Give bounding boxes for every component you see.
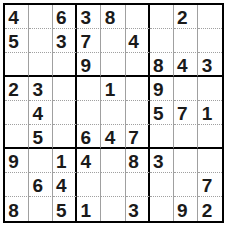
given-digit: 5 — [153, 104, 164, 123]
sudoku-cell-r3c2[interactable] — [29, 53, 53, 77]
sudoku-cell-r7c7[interactable]: 3 — [150, 149, 174, 173]
sudoku-cell-r4c8[interactable] — [174, 77, 198, 101]
sudoku-cell-r5c7[interactable]: 5 — [150, 101, 174, 125]
given-digit: 3 — [56, 32, 67, 51]
given-digit: 3 — [153, 152, 164, 171]
sudoku-cell-r9c6[interactable]: 3 — [126, 197, 150, 221]
sudoku-cell-r1c7[interactable] — [150, 5, 174, 29]
given-digit: 4 — [32, 104, 43, 123]
sudoku-cell-r4c9[interactable] — [198, 77, 222, 101]
sudoku-cell-r9c3[interactable]: 5 — [53, 197, 77, 221]
sudoku-cell-r3c5[interactable] — [101, 53, 125, 77]
sudoku-cell-r5c1[interactable] — [5, 101, 29, 125]
given-digit: 3 — [32, 80, 43, 99]
given-digit: 5 — [8, 32, 19, 51]
page: 463825374984323194571564791483647851392 — [0, 0, 228, 228]
given-digit: 8 — [105, 8, 116, 27]
sudoku-cell-r2c9[interactable] — [198, 29, 222, 53]
sudoku-cell-r1c9[interactable] — [198, 5, 222, 29]
given-digit: 7 — [177, 104, 188, 123]
sudoku-cell-r7c6[interactable]: 8 — [126, 149, 150, 173]
sudoku-cell-r1c2[interactable] — [29, 5, 53, 29]
sudoku-cell-r6c7[interactable] — [150, 125, 174, 149]
sudoku-cell-r5c5[interactable] — [101, 101, 125, 125]
sudoku-cell-r6c5[interactable]: 4 — [101, 125, 125, 149]
sudoku-cell-r8c3[interactable]: 4 — [53, 173, 77, 197]
sudoku-cell-r6c8[interactable] — [174, 125, 198, 149]
sudoku-cell-r4c7[interactable]: 9 — [150, 77, 174, 101]
given-digit: 4 — [128, 32, 139, 51]
sudoku-cell-r4c4[interactable] — [77, 77, 101, 101]
given-digit: 5 — [32, 128, 43, 147]
given-digit: 7 — [81, 32, 92, 51]
given-digit: 3 — [128, 201, 139, 220]
given-digit: 2 — [177, 8, 188, 27]
sudoku-cell-r2c1[interactable]: 5 — [5, 29, 29, 53]
sudoku-cell-r7c1[interactable]: 9 — [5, 149, 29, 173]
sudoku-cell-r7c8[interactable] — [174, 149, 198, 173]
sudoku-cell-r6c6[interactable]: 7 — [126, 125, 150, 149]
sudoku-cell-r8c4[interactable] — [77, 173, 101, 197]
given-digit: 6 — [81, 128, 92, 147]
sudoku-cell-r5c9[interactable]: 1 — [198, 101, 222, 125]
sudoku-cell-r3c8[interactable]: 4 — [174, 53, 198, 77]
sudoku-cell-r2c8[interactable] — [174, 29, 198, 53]
sudoku-cell-r8c5[interactable] — [101, 173, 125, 197]
sudoku-cell-r2c2[interactable] — [29, 29, 53, 53]
sudoku-cell-r1c8[interactable]: 2 — [174, 5, 198, 29]
sudoku-cell-r6c3[interactable] — [53, 125, 77, 149]
sudoku-cell-r8c8[interactable] — [174, 173, 198, 197]
sudoku-cell-r5c4[interactable] — [77, 101, 101, 125]
given-digit: 1 — [56, 152, 67, 171]
sudoku-cell-r2c6[interactable]: 4 — [126, 29, 150, 53]
sudoku-cell-r9c4[interactable]: 1 — [77, 197, 101, 221]
given-digit: 7 — [202, 176, 213, 195]
given-digit: 3 — [202, 56, 213, 75]
sudoku-cell-r4c6[interactable] — [126, 77, 150, 101]
given-digit: 2 — [8, 80, 19, 99]
sudoku-cell-r9c5[interactable] — [101, 197, 125, 221]
sudoku-board: 463825374984323194571564791483647851392 — [3, 3, 224, 223]
given-digit: 4 — [177, 56, 188, 75]
sudoku-cell-r4c2[interactable]: 3 — [29, 77, 53, 101]
sudoku-cell-r6c2[interactable]: 5 — [29, 125, 53, 149]
sudoku-cell-r3c9[interactable]: 3 — [198, 53, 222, 77]
sudoku-cell-r7c9[interactable] — [198, 149, 222, 173]
sudoku-cell-r4c3[interactable] — [53, 77, 77, 101]
sudoku-cell-r7c4[interactable]: 4 — [77, 149, 101, 173]
given-digit: 2 — [202, 201, 213, 220]
sudoku-cell-r9c8[interactable]: 9 — [174, 197, 198, 221]
given-digit: 1 — [81, 201, 92, 220]
given-digit: 8 — [153, 56, 164, 75]
sudoku-cell-r4c5[interactable]: 1 — [101, 77, 125, 101]
sudoku-cell-r5c8[interactable]: 7 — [174, 101, 198, 125]
sudoku-cell-r3c1[interactable] — [5, 53, 29, 77]
sudoku-cell-r2c7[interactable] — [150, 29, 174, 53]
sudoku-cell-r5c2[interactable]: 4 — [29, 101, 53, 125]
sudoku-cell-r8c2[interactable]: 6 — [29, 173, 53, 197]
sudoku-cell-r6c9[interactable] — [198, 125, 222, 149]
sudoku-cell-r6c1[interactable] — [5, 125, 29, 149]
given-digit: 9 — [177, 201, 188, 220]
given-digit: 6 — [56, 8, 67, 27]
given-digit: 9 — [81, 56, 92, 75]
sudoku-cell-r8c1[interactable] — [5, 173, 29, 197]
given-digit: 7 — [128, 128, 139, 147]
sudoku-cell-r4c1[interactable]: 2 — [5, 77, 29, 101]
given-digit: 4 — [56, 176, 67, 195]
sudoku-cell-r3c3[interactable] — [53, 53, 77, 77]
sudoku-cell-r5c6[interactable] — [126, 101, 150, 125]
sudoku-cell-r9c9[interactable]: 2 — [198, 197, 222, 221]
sudoku-cell-r9c7[interactable] — [150, 197, 174, 221]
sudoku-cell-r8c6[interactable] — [126, 173, 150, 197]
sudoku-cell-r8c9[interactable]: 7 — [198, 173, 222, 197]
given-digit: 3 — [81, 8, 92, 27]
given-digit: 9 — [153, 80, 164, 99]
sudoku-cell-r9c1[interactable]: 8 — [5, 197, 29, 221]
sudoku-cell-r9c2[interactable] — [29, 197, 53, 221]
given-digit: 8 — [128, 152, 139, 171]
given-digit: 8 — [8, 201, 19, 220]
sudoku-cell-r3c7[interactable]: 8 — [150, 53, 174, 77]
given-digit: 4 — [81, 152, 92, 171]
sudoku-cell-r7c2[interactable] — [29, 149, 53, 173]
sudoku-cell-r7c3[interactable]: 1 — [53, 149, 77, 173]
sudoku-cell-r1c3[interactable]: 6 — [53, 5, 77, 29]
sudoku-cell-r1c5[interactable]: 8 — [101, 5, 125, 29]
sudoku-cell-r1c6[interactable] — [126, 5, 150, 29]
sudoku-cell-r7c5[interactable] — [101, 149, 125, 173]
given-digit: 5 — [56, 201, 67, 220]
given-digit: 9 — [8, 152, 19, 171]
sudoku-cell-r1c4[interactable]: 3 — [77, 5, 101, 29]
sudoku-cell-r2c3[interactable]: 3 — [53, 29, 77, 53]
sudoku-cell-r2c5[interactable] — [101, 29, 125, 53]
given-digit: 4 — [105, 128, 116, 147]
given-digit: 1 — [202, 104, 213, 123]
sudoku-cell-r3c4[interactable]: 9 — [77, 53, 101, 77]
sudoku-cell-r2c4[interactable]: 7 — [77, 29, 101, 53]
sudoku-cell-r3c6[interactable] — [126, 53, 150, 77]
given-digit: 1 — [105, 80, 116, 99]
sudoku-cell-r1c1[interactable]: 4 — [5, 5, 29, 29]
sudoku-cell-r8c7[interactable] — [150, 173, 174, 197]
sudoku-cell-r5c3[interactable] — [53, 101, 77, 125]
given-digit: 4 — [8, 8, 19, 27]
sudoku-cell-r6c4[interactable]: 6 — [77, 125, 101, 149]
given-digit: 6 — [32, 176, 43, 195]
